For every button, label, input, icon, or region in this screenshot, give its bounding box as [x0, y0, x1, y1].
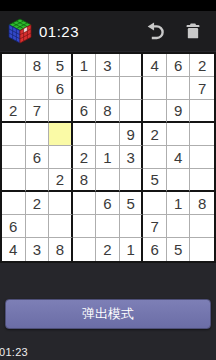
cell-r6c1[interactable] — [2, 169, 26, 192]
cell-r2c3[interactable]: 6 — [49, 77, 73, 100]
cell-r4c8[interactable] — [167, 123, 191, 146]
cell-r4c4[interactable] — [73, 123, 97, 146]
cell-r2c8[interactable] — [167, 77, 191, 100]
cell-r1c6[interactable] — [120, 54, 144, 77]
status-bar — [0, 0, 216, 11]
cell-r2c4[interactable] — [73, 77, 97, 100]
cell-r7c4[interactable] — [73, 192, 97, 215]
cell-r6c5[interactable] — [96, 169, 120, 192]
cell-r5c2[interactable]: 6 — [26, 146, 50, 169]
cell-r1c2[interactable]: 8 — [26, 54, 50, 77]
overlay-timer-label: 01:23 — [0, 346, 28, 358]
cell-r9c6[interactable]: 1 — [120, 238, 144, 261]
cell-r9c7[interactable]: 6 — [143, 238, 167, 261]
cell-r2c6[interactable] — [120, 77, 144, 100]
cell-r6c4[interactable]: 8 — [73, 169, 97, 192]
cell-r2c7[interactable] — [143, 77, 167, 100]
cell-r3c2[interactable]: 7 — [26, 100, 50, 123]
cell-r3c6[interactable] — [120, 100, 144, 123]
cell-r8c5[interactable] — [96, 215, 120, 238]
cell-r6c2[interactable] — [26, 169, 50, 192]
cell-r4c1[interactable] — [2, 123, 26, 146]
cell-r7c2[interactable]: 2 — [26, 192, 50, 215]
cell-r5c5[interactable]: 1 — [96, 146, 120, 169]
cell-r7c6[interactable]: 5 — [120, 192, 144, 215]
cell-r9c2[interactable]: 3 — [26, 238, 50, 261]
cell-r9c9[interactable] — [190, 238, 214, 261]
cell-r9c8[interactable]: 5 — [167, 238, 191, 261]
cell-r5c9[interactable] — [190, 146, 214, 169]
cell-r8c2[interactable] — [26, 215, 50, 238]
cell-r3c5[interactable]: 8 — [96, 100, 120, 123]
cell-r3c1[interactable]: 2 — [2, 100, 26, 123]
cell-r4c2[interactable] — [26, 123, 50, 146]
cell-r6c3[interactable]: 2 — [49, 169, 73, 192]
cell-r3c4[interactable]: 6 — [73, 100, 97, 123]
cell-r7c8[interactable]: 1 — [167, 192, 191, 215]
cell-r2c5[interactable] — [96, 77, 120, 100]
cell-r8c6[interactable] — [120, 215, 144, 238]
cell-r9c4[interactable] — [73, 238, 97, 261]
cell-r4c9[interactable] — [190, 123, 214, 146]
cell-r1c1[interactable] — [2, 54, 26, 77]
cell-r2c9[interactable]: 7 — [190, 77, 214, 100]
undo-button[interactable] — [140, 16, 170, 46]
cell-r5c6[interactable]: 3 — [120, 146, 144, 169]
cell-r8c1[interactable]: 6 — [2, 215, 26, 238]
cell-r7c1[interactable] — [2, 192, 26, 215]
cell-r6c6[interactable] — [120, 169, 144, 192]
popup-mode-button[interactable]: 弹出模式 — [5, 299, 211, 329]
cell-r6c8[interactable] — [167, 169, 191, 192]
cell-r7c9[interactable]: 8 — [190, 192, 214, 215]
cell-r4c3[interactable] — [49, 123, 73, 146]
timer-label: 01:23 — [39, 23, 79, 40]
cell-r1c5[interactable]: 3 — [96, 54, 120, 77]
cell-r7c5[interactable]: 6 — [96, 192, 120, 215]
cell-r3c3[interactable] — [49, 100, 73, 123]
undo-icon — [144, 20, 166, 42]
cell-r8c3[interactable] — [49, 215, 73, 238]
delete-button[interactable] — [178, 16, 208, 46]
cell-r7c3[interactable] — [49, 192, 73, 215]
cell-r2c1[interactable] — [2, 77, 26, 100]
cell-r8c7[interactable]: 7 — [143, 215, 167, 238]
cell-r4c7[interactable]: 2 — [143, 123, 167, 146]
lower-panel: 弹出模式 01:23 — [0, 263, 216, 360]
cell-r1c9[interactable]: 2 — [190, 54, 214, 77]
cell-r1c3[interactable]: 5 — [49, 54, 73, 77]
sudoku-board: 85134626727689926213428526518674382165 — [0, 52, 216, 263]
cell-r6c7[interactable]: 5 — [143, 169, 167, 192]
cell-r9c3[interactable]: 8 — [49, 238, 73, 261]
cell-r8c4[interactable] — [73, 215, 97, 238]
cell-r9c5[interactable]: 2 — [96, 238, 120, 261]
action-bar: 01:23 — [0, 11, 216, 51]
cell-r5c3[interactable] — [49, 146, 73, 169]
cell-r3c7[interactable] — [143, 100, 167, 123]
app-screen: 01:23 8513462672768992621342852651867438… — [0, 0, 216, 360]
cell-r5c8[interactable]: 4 — [167, 146, 191, 169]
cell-r9c1[interactable]: 4 — [2, 238, 26, 261]
cell-r3c9[interactable] — [190, 100, 214, 123]
cell-r5c7[interactable] — [143, 146, 167, 169]
cell-r8c8[interactable] — [167, 215, 191, 238]
cell-r1c8[interactable]: 6 — [167, 54, 191, 77]
trash-icon — [183, 21, 203, 41]
cell-r3c8[interactable]: 9 — [167, 100, 191, 123]
cell-r5c1[interactable] — [2, 146, 26, 169]
cell-r1c4[interactable]: 1 — [73, 54, 97, 77]
cell-r4c5[interactable] — [96, 123, 120, 146]
cell-r6c9[interactable] — [190, 169, 214, 192]
cell-r2c2[interactable] — [26, 77, 50, 100]
cell-r7c7[interactable] — [143, 192, 167, 215]
cell-r1c7[interactable]: 4 — [143, 54, 167, 77]
rubiks-cube-icon — [8, 18, 32, 44]
cell-r8c9[interactable] — [190, 215, 214, 238]
cell-r4c6[interactable]: 9 — [120, 123, 144, 146]
cell-r5c4[interactable]: 2 — [73, 146, 97, 169]
